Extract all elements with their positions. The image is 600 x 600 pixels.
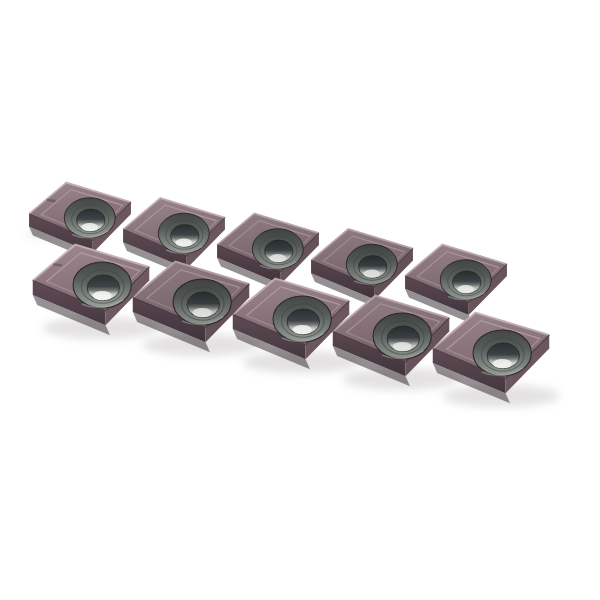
product-photo	[0, 0, 600, 600]
product-photo-canvas	[0, 0, 600, 600]
